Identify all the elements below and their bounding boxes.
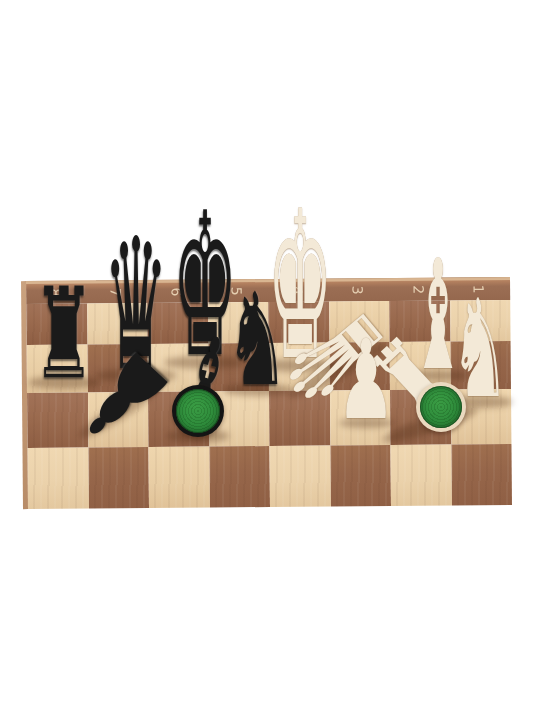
green-felt	[420, 386, 462, 428]
black-bishop-felt-base	[172, 385, 224, 437]
black-rook: ♜	[33, 271, 96, 396]
white-rook-felt-base	[416, 382, 466, 432]
pieces-layer: ♜♛♚♞♟♝♚♛♟♝♞♜	[0, 0, 540, 720]
product-photo: 87654321 ♜♛♚♞♟♝♚♛♟♝♞♜	[0, 0, 540, 720]
green-felt	[176, 389, 220, 433]
white-pawn: ♟	[336, 325, 395, 435]
